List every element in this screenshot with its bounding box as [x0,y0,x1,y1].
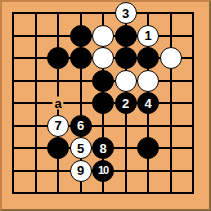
move-number: 2 [122,97,129,110]
go-stone-black-move-4: 4 [137,92,159,114]
go-stone-white [160,47,182,69]
grid-line-vertical [170,12,172,194]
move-number: 4 [144,97,151,110]
go-stone-black [70,47,92,69]
go-stone-white-move-5: 5 [70,137,92,159]
move-number: 9 [77,164,84,177]
move-number: 10 [98,165,108,176]
go-stone-black [115,25,137,47]
go-diagram-screenshot: 31247658910 a [0,0,211,211]
go-stone-black [137,137,159,159]
go-stone-black [92,92,114,114]
grid-line-horizontal [12,192,194,194]
go-stone-black [92,70,114,92]
go-stone-white [92,47,114,69]
go-stone-white-move-3: 3 [115,2,137,24]
go-stone-white-move-1: 1 [137,25,159,47]
go-stone-black-move-2: 2 [115,92,137,114]
grid-line-horizontal [12,125,194,127]
go-stone-black [47,47,69,69]
go-stone-black [137,47,159,69]
move-number: 6 [77,119,84,132]
go-stone-black-move-6: 6 [70,115,92,137]
move-number: 1 [144,29,151,42]
go-stone-white [137,70,159,92]
go-stone-white [115,70,137,92]
move-number: 5 [77,142,84,155]
go-stone-black-move-8: 8 [92,137,114,159]
go-stone-white-move-7: 7 [47,115,69,137]
move-number: 3 [122,7,129,20]
go-stone-white [92,25,114,47]
move-number: 7 [54,119,61,132]
go-stone-black-move-10: 10 [92,160,114,182]
grid-line-vertical [192,12,194,194]
go-stone-black [115,47,137,69]
go-board: 31247658910 a [0,0,211,211]
go-stone-black [70,25,92,47]
move-number: 8 [99,142,106,155]
point-label-a: a [52,97,63,110]
go-stone-black [47,137,69,159]
go-stone-white-move-9: 9 [70,160,92,182]
